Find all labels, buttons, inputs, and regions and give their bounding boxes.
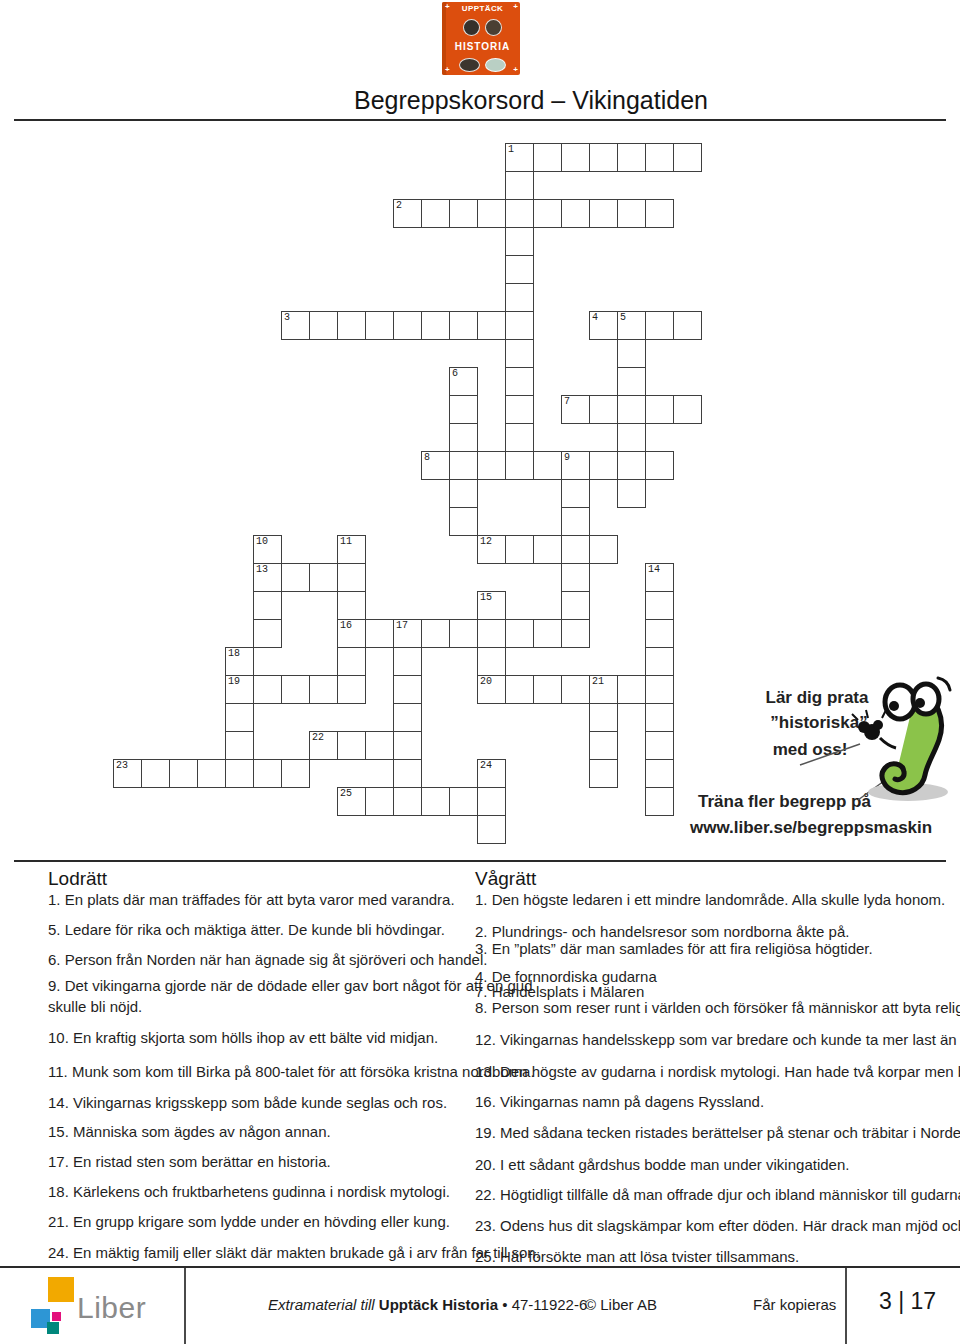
- grid-cell[interactable]: [617, 395, 646, 424]
- grid-cell[interactable]: [645, 199, 674, 228]
- footer-source-text: Extramaterial till Upptäck Historia • 47…: [268, 1296, 587, 1313]
- cover-plus-icon: +: [445, 67, 450, 73]
- grid-cell[interactable]: 14: [645, 563, 674, 592]
- grid-cell[interactable]: [337, 731, 366, 760]
- mascot-eye-icon: [885, 685, 915, 719]
- grid-cell[interactable]: [673, 143, 702, 172]
- grid-cell[interactable]: 16: [337, 619, 366, 648]
- cover-upptack-logo: UPPTÄCK: [462, 5, 503, 13]
- grid-cell[interactable]: [505, 367, 534, 396]
- grid-cell[interactable]: [673, 395, 702, 424]
- grid-cell[interactable]: [309, 563, 338, 592]
- clue-lodratt-24: 24. En mäktig familj eller släkt där mak…: [48, 1242, 540, 1263]
- clue-lodratt-15: 15. Människa som ägdes av någon annan.: [48, 1121, 331, 1142]
- clue-lodratt-17: 17. En ristad sten som berättar en histo…: [48, 1151, 331, 1172]
- clue-vagratt-25: 25. Här försökte man att lösa tvister ti…: [475, 1246, 799, 1267]
- clue-lodratt-10: 10. En kraftig skjorta som hölls ihop av…: [48, 1027, 438, 1048]
- grid-cell[interactable]: [645, 647, 674, 676]
- grid-cell[interactable]: [617, 339, 646, 368]
- grid-cell[interactable]: [337, 563, 366, 592]
- grid-cell[interactable]: [645, 731, 674, 760]
- mascot-pupil-icon: [889, 701, 899, 711]
- grid-cell[interactable]: [477, 311, 506, 340]
- clues-rule: [14, 860, 946, 862]
- cover-photo-icon: [459, 58, 480, 72]
- grid-cell-number: 20: [480, 676, 492, 688]
- crossword-grid: 1234567891011121314151617181920212223242…: [113, 143, 702, 844]
- clue-heading-vagratt: Vågrätt: [475, 868, 536, 890]
- grid-cell[interactable]: [589, 703, 618, 732]
- grid-cell[interactable]: [505, 339, 534, 368]
- grid-cell[interactable]: [505, 619, 534, 648]
- grid-cell[interactable]: [505, 535, 534, 564]
- grid-cell[interactable]: [337, 675, 366, 704]
- grid-cell-number: 18: [228, 648, 240, 660]
- grid-cell[interactable]: [589, 535, 618, 564]
- grid-cell[interactable]: [253, 759, 282, 788]
- grid-cell[interactable]: 19: [225, 675, 254, 704]
- grid-cell-number: 24: [480, 760, 492, 772]
- grid-cell[interactable]: [533, 675, 562, 704]
- grid-cell[interactable]: 5: [617, 311, 646, 340]
- grid-cell-number: 14: [648, 564, 660, 576]
- worksheet-page: { "header": { "title": "Begreppskorsord …: [0, 0, 960, 1344]
- grid-cell[interactable]: [225, 703, 254, 732]
- grid-cell-number: 25: [340, 788, 352, 800]
- grid-cell-number: 9: [564, 452, 570, 464]
- grid-cell-number: 1: [508, 144, 514, 156]
- grid-cell[interactable]: [393, 787, 422, 816]
- footer-source-isbn: • 47-11922-6: [498, 1296, 587, 1313]
- grid-cell-number: 19: [228, 676, 240, 688]
- grid-cell-number: 12: [480, 536, 492, 548]
- grid-cell[interactable]: [421, 199, 450, 228]
- grid-cell[interactable]: 13: [253, 563, 282, 592]
- grid-cell[interactable]: [533, 199, 562, 228]
- grid-cell[interactable]: [561, 199, 590, 228]
- liber-logo-teal-square: [47, 1322, 59, 1334]
- footer-page-number: 3 | 17: [879, 1288, 936, 1315]
- mascot-character: [788, 672, 958, 812]
- grid-cell[interactable]: [393, 311, 422, 340]
- grid-cell[interactable]: [477, 619, 506, 648]
- grid-cell[interactable]: [589, 451, 618, 480]
- grid-cell[interactable]: [365, 787, 394, 816]
- grid-cell[interactable]: [561, 563, 590, 592]
- grid-cell-number: 5: [620, 312, 626, 324]
- grid-cell[interactable]: [309, 675, 338, 704]
- grid-cell[interactable]: [561, 479, 590, 508]
- grid-cell-number: 7: [564, 396, 570, 408]
- grid-cell[interactable]: [589, 143, 618, 172]
- clue-lodratt-1: 1. En plats där man träffades för att by…: [48, 889, 455, 910]
- grid-cell-number: 6: [452, 368, 458, 380]
- grid-cell[interactable]: [561, 675, 590, 704]
- clue-vagratt-20: 20. I ett sådant gårdshus bodde man unde…: [475, 1154, 849, 1175]
- grid-cell[interactable]: 21: [589, 675, 618, 704]
- grid-cell[interactable]: [645, 759, 674, 788]
- clue-vagratt-8: 8. Person som reser runt i världen och f…: [475, 997, 960, 1018]
- grid-cell[interactable]: [505, 451, 534, 480]
- grid-cell[interactable]: [505, 255, 534, 284]
- grid-cell[interactable]: [561, 507, 590, 536]
- clue-lodratt-9: 9. Det vikingarna gjorde när de dödade e…: [48, 975, 533, 1017]
- grid-cell[interactable]: 3: [281, 311, 310, 340]
- grid-cell[interactable]: [505, 675, 534, 704]
- clue-vagratt-12: 12. Vikingarnas handelsskepp som var bre…: [475, 1029, 960, 1050]
- clue-heading-lodratt: Lodrätt: [48, 868, 107, 890]
- footer-rule: [0, 1266, 960, 1268]
- grid-cell[interactable]: [449, 451, 478, 480]
- grid-cell[interactable]: [281, 563, 310, 592]
- grid-cell[interactable]: [645, 451, 674, 480]
- grid-cell[interactable]: [505, 227, 534, 256]
- footer-source-bold: Upptäck Historia: [379, 1296, 498, 1313]
- grid-cell-number: 13: [256, 564, 268, 576]
- footer-divider: [845, 1268, 847, 1344]
- grid-cell[interactable]: [533, 143, 562, 172]
- clue-lodratt-6: 6. Person från Norden när han ägnade sig…: [48, 949, 487, 970]
- grid-cell[interactable]: [589, 395, 618, 424]
- grid-cell[interactable]: [617, 423, 646, 452]
- grid-cell-number: 8: [424, 452, 430, 464]
- grid-cell[interactable]: [533, 535, 562, 564]
- grid-cell[interactable]: [505, 199, 534, 228]
- grid-cell[interactable]: 15: [477, 591, 506, 620]
- grid-cell-number: 17: [396, 620, 408, 632]
- grid-cell[interactable]: [449, 619, 478, 648]
- grid-cell[interactable]: [505, 171, 534, 200]
- cover-plus-icon: +: [513, 4, 518, 10]
- grid-cell[interactable]: 4: [589, 311, 618, 340]
- grid-cell[interactable]: 17: [393, 619, 422, 648]
- grid-cell[interactable]: [645, 703, 674, 732]
- promo-website-link[interactable]: www.liber.se/begreppsmaskin: [690, 818, 932, 838]
- grid-cell[interactable]: [337, 311, 366, 340]
- grid-cell[interactable]: [505, 423, 534, 452]
- cover-plus-icon: +: [513, 67, 518, 73]
- grid-cell[interactable]: 20: [477, 675, 506, 704]
- cover-photo-icon: [485, 19, 502, 36]
- grid-cell[interactable]: 8: [421, 451, 450, 480]
- grid-cell[interactable]: [477, 199, 506, 228]
- grid-cell[interactable]: [533, 619, 562, 648]
- grid-cell-number: 21: [592, 676, 604, 688]
- grid-cell[interactable]: [477, 647, 506, 676]
- grid-cell[interactable]: 2: [393, 199, 422, 228]
- grid-cell[interactable]: [253, 591, 282, 620]
- grid-cell[interactable]: [449, 507, 478, 536]
- grid-cell[interactable]: [393, 703, 422, 732]
- callout-line: [800, 744, 860, 765]
- grid-cell[interactable]: 7: [561, 395, 590, 424]
- grid-cell[interactable]: [393, 675, 422, 704]
- upptack-historia-book-cover: + + + + UPPTÄCK HISTORIA: [442, 2, 520, 75]
- liber-logo-magenta-square: [52, 1312, 61, 1321]
- cover-historia-title: HISTORIA: [455, 42, 511, 52]
- grid-cell[interactable]: [309, 311, 338, 340]
- grid-cell[interactable]: [337, 591, 366, 620]
- grid-cell[interactable]: [421, 787, 450, 816]
- grid-cell[interactable]: [393, 647, 422, 676]
- grid-cell[interactable]: [673, 311, 702, 340]
- grid-cell[interactable]: [645, 311, 674, 340]
- clue-vagratt-22: 22. Högtidligt tillfälle då man offrade …: [475, 1184, 960, 1205]
- grid-cell-number: 16: [340, 620, 352, 632]
- grid-cell[interactable]: [393, 759, 422, 788]
- clue-vagratt-23: 23. Odens hus dit slagskämpar kom efter …: [475, 1215, 960, 1236]
- grid-cell[interactable]: [253, 619, 282, 648]
- grid-cell[interactable]: [449, 479, 478, 508]
- clue-lodratt-5: 5. Ledare för rika och mäktiga ätter. De…: [48, 919, 445, 940]
- grid-cell[interactable]: [421, 619, 450, 648]
- clue-vagratt-13: 13. Den högste av gudarna i nordisk myto…: [475, 1061, 960, 1082]
- grid-cell[interactable]: [645, 787, 674, 816]
- grid-cell[interactable]: [281, 675, 310, 704]
- grid-cell[interactable]: [617, 367, 646, 396]
- grid-cell[interactable]: [505, 311, 534, 340]
- grid-cell[interactable]: [505, 283, 534, 312]
- grid-cell[interactable]: [561, 143, 590, 172]
- grid-cell[interactable]: [645, 675, 674, 704]
- cover-photo-icon: [463, 19, 480, 36]
- grid-cell[interactable]: 10: [253, 535, 282, 564]
- grid-cell[interactable]: [561, 591, 590, 620]
- mascot-pupil-icon: [915, 698, 925, 708]
- clue-lodratt-14: 14. Vikingarnas krigsskepp som både kund…: [48, 1092, 447, 1113]
- grid-cell[interactable]: [505, 395, 534, 424]
- grid-cell[interactable]: [645, 619, 674, 648]
- grid-cell[interactable]: [477, 815, 506, 844]
- page-title: Begreppskorsord – Vikingatiden: [354, 85, 708, 115]
- footer-divider: [184, 1268, 186, 1344]
- grid-cell[interactable]: [281, 759, 310, 788]
- grid-cell[interactable]: [169, 759, 198, 788]
- grid-cell[interactable]: [561, 535, 590, 564]
- grid-cell[interactable]: [197, 759, 226, 788]
- grid-cell-number: 23: [116, 760, 128, 772]
- grid-cell[interactable]: [141, 759, 170, 788]
- grid-cell[interactable]: [645, 591, 674, 620]
- grid-cell[interactable]: [589, 731, 618, 760]
- grid-cell[interactable]: [253, 675, 282, 704]
- clue-lodratt-21: 21. En grupp krigare som lydde under en …: [48, 1211, 450, 1232]
- grid-cell[interactable]: [617, 199, 646, 228]
- title-rule: [14, 119, 946, 121]
- grid-cell[interactable]: [365, 619, 394, 648]
- grid-cell-number: 10: [256, 536, 268, 548]
- grid-cell[interactable]: 1: [505, 143, 534, 172]
- grid-cell[interactable]: [533, 451, 562, 480]
- mascot-eyebrow-icon: [938, 678, 950, 690]
- grid-cell[interactable]: [365, 731, 394, 760]
- grid-cell[interactable]: 6: [449, 367, 478, 396]
- grid-cell[interactable]: [477, 451, 506, 480]
- grid-cell[interactable]: [449, 311, 478, 340]
- grid-cell-number: 15: [480, 592, 492, 604]
- grid-cell[interactable]: [617, 451, 646, 480]
- footer-copyright: © Liber AB: [585, 1296, 657, 1313]
- grid-cell[interactable]: 24: [477, 759, 506, 788]
- liber-logo-amber-square: [48, 1277, 74, 1302]
- grid-cell[interactable]: [617, 143, 646, 172]
- footer-kopieras: Får kopieras: [753, 1296, 836, 1313]
- clue-vagratt-1: 1. Den högste ledaren i ett mindre lando…: [475, 889, 945, 910]
- grid-cell[interactable]: [449, 787, 478, 816]
- grid-cell[interactable]: 23: [113, 759, 142, 788]
- grid-cell[interactable]: 25: [337, 787, 366, 816]
- liber-logo-text: Liber: [77, 1291, 146, 1325]
- grid-cell[interactable]: [365, 311, 394, 340]
- grid-cell-number: 4: [592, 312, 598, 324]
- clue-lodratt-11: 11. Munk som kom till Birka på 800-talet…: [48, 1061, 535, 1082]
- grid-cell[interactable]: [449, 199, 478, 228]
- mascot-eye-icon: [913, 684, 939, 714]
- grid-cell[interactable]: [589, 199, 618, 228]
- grid-cell[interactable]: [393, 731, 422, 760]
- cover-photo-icon: [485, 58, 506, 72]
- grid-cell-number: 11: [340, 536, 352, 548]
- grid-cell[interactable]: [645, 395, 674, 424]
- grid-cell[interactable]: [645, 143, 674, 172]
- grid-cell[interactable]: [589, 759, 618, 788]
- grid-cell[interactable]: 9: [561, 451, 590, 480]
- grid-cell-number: 3: [284, 312, 290, 324]
- grid-cell[interactable]: [449, 395, 478, 424]
- grid-cell[interactable]: 18: [225, 647, 254, 676]
- grid-cell[interactable]: [477, 787, 506, 816]
- grid-cell[interactable]: [225, 731, 254, 760]
- grid-cell[interactable]: [561, 619, 590, 648]
- clue-lodratt-18: 18. Kärlekens och fruktbarhetens gudinna…: [48, 1181, 450, 1202]
- grid-cell[interactable]: [449, 423, 478, 452]
- clue-vagratt-3: 3. En ”plats” där man samlades för att f…: [475, 938, 873, 959]
- grid-cell[interactable]: 22: [309, 731, 338, 760]
- grid-cell[interactable]: [225, 759, 254, 788]
- grid-cell[interactable]: 12: [477, 535, 506, 564]
- grid-cell[interactable]: [421, 311, 450, 340]
- grid-cell[interactable]: [617, 479, 646, 508]
- cover-plus-icon: +: [445, 4, 450, 10]
- clue-vagratt-16: 16. Vikingarnas namn på dagens Ryssland.: [475, 1091, 764, 1112]
- footer-source-italic: Extramaterial till: [268, 1296, 379, 1313]
- grid-cell-number: 22: [312, 732, 324, 744]
- grid-cell[interactable]: [337, 647, 366, 676]
- grid-cell[interactable]: [617, 675, 646, 704]
- grid-cell-number: 2: [396, 200, 402, 212]
- clue-vagratt-19: 19. Med sådana tecken ristades berättels…: [475, 1122, 960, 1143]
- grid-cell[interactable]: 11: [337, 535, 366, 564]
